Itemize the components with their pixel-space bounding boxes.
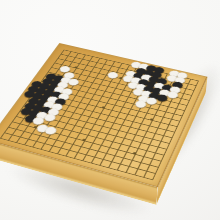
photo-scene: ●●●●●●●●●●●●●●●●●●●●●●●●●●●●●●●●●●●●●●●●…: [0, 0, 220, 220]
white-stone: ●: [108, 71, 118, 77]
white-stone: ●: [46, 126, 58, 134]
photo-background: ●●●●●●●●●●●●●●●●●●●●●●●●●●●●●●●●●●●●●●●●…: [0, 0, 220, 220]
go-board: ●●●●●●●●●●●●●●●●●●●●●●●●●●●●●●●●●●●●●●●●…: [0, 43, 207, 187]
